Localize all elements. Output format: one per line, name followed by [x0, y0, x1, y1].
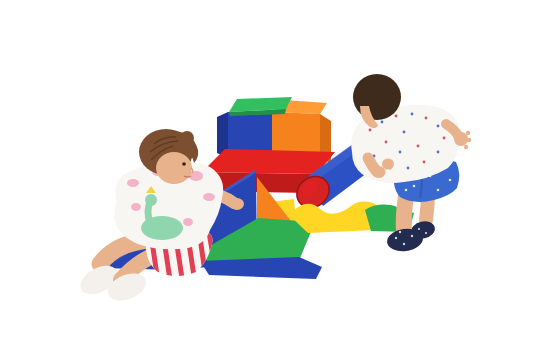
girl-face: [156, 152, 192, 184]
boy-right-hand: [454, 132, 468, 146]
product-photo: [0, 0, 533, 356]
boy-finger: [464, 145, 468, 149]
foam-blue-floor-mat-edge: [200, 257, 322, 279]
girl-eye: [182, 162, 186, 166]
boy-leg-front: [404, 196, 406, 232]
soft-play-scene: [0, 0, 533, 356]
boy-left-hand: [373, 166, 386, 178]
boy-right-hand-on-roller: [382, 159, 394, 170]
red-platform-top: [202, 149, 335, 174]
foam-green-top-wedge: [229, 97, 292, 116]
boy-finger: [467, 138, 471, 142]
boy-finger: [466, 131, 470, 135]
girl-hand: [230, 198, 244, 210]
boy-hair: [353, 74, 401, 120]
